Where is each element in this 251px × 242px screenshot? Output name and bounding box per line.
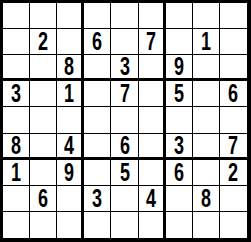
given-digit: 9 — [174, 55, 184, 79]
cell-r1c4[interactable] — [84, 3, 111, 29]
cell-r2c5[interactable] — [111, 29, 138, 55]
cell-r1c3[interactable] — [57, 3, 84, 29]
cell-r3c9[interactable] — [220, 55, 247, 81]
cell-r9c2[interactable] — [30, 212, 57, 238]
given-digit: 1 — [64, 81, 74, 106]
cell-r7c6[interactable] — [139, 160, 166, 186]
cell-r6c6[interactable] — [139, 134, 166, 160]
cell-r8c7[interactable] — [166, 186, 193, 212]
given-digit: 6 — [92, 29, 102, 54]
cell-r5c4[interactable] — [84, 107, 111, 133]
given-digit: 4 — [64, 134, 74, 158]
given-digit: 6 — [119, 134, 129, 158]
cell-r9c4[interactable] — [84, 212, 111, 238]
cell-r1c9[interactable] — [220, 3, 247, 29]
cell-r8c4[interactable]: 3 — [84, 186, 111, 212]
given-digit: 3 — [92, 186, 102, 211]
given-digit: 7 — [119, 81, 129, 106]
cell-r9c9[interactable] — [220, 212, 247, 238]
cell-r7c4[interactable] — [84, 160, 111, 186]
cell-r6c5[interactable]: 6 — [111, 134, 138, 160]
cell-r5c8[interactable] — [193, 107, 220, 133]
cell-r8c2[interactable]: 6 — [30, 186, 57, 212]
cell-r5c1[interactable] — [3, 107, 30, 133]
cell-r3c8[interactable] — [193, 55, 220, 81]
cell-r1c6[interactable] — [139, 3, 166, 29]
cell-r9c3[interactable] — [57, 212, 84, 238]
cell-r8c9[interactable] — [220, 186, 247, 212]
cell-r6c7[interactable]: 3 — [166, 134, 193, 160]
cell-r4c3[interactable]: 1 — [57, 81, 84, 107]
cell-r4c1[interactable]: 3 — [3, 81, 30, 107]
cell-r8c3[interactable] — [57, 186, 84, 212]
cell-r9c7[interactable] — [166, 212, 193, 238]
given-digit: 7 — [146, 29, 156, 54]
given-digit: 8 — [11, 134, 21, 158]
cell-r1c8[interactable] — [193, 3, 220, 29]
cell-r8c6[interactable]: 4 — [139, 186, 166, 212]
cell-r4c4[interactable] — [84, 81, 111, 107]
cell-r8c8[interactable]: 8 — [193, 186, 220, 212]
given-digit: 8 — [201, 186, 211, 211]
cell-r6c4[interactable] — [84, 134, 111, 160]
given-digit: 6 — [38, 186, 48, 211]
cell-r9c1[interactable] — [3, 212, 30, 238]
cell-r9c6[interactable] — [139, 212, 166, 238]
given-digit: 6 — [228, 81, 238, 106]
cell-r4c6[interactable] — [139, 81, 166, 107]
cell-r6c9[interactable]: 7 — [220, 134, 247, 160]
cell-r1c2[interactable] — [30, 3, 57, 29]
cell-r6c1[interactable]: 8 — [3, 134, 30, 160]
cell-r4c5[interactable]: 7 — [111, 81, 138, 107]
cell-r5c5[interactable] — [111, 107, 138, 133]
cell-r6c2[interactable] — [30, 134, 57, 160]
given-digit: 2 — [38, 29, 48, 54]
cell-r2c6[interactable]: 7 — [139, 29, 166, 55]
cell-r3c3[interactable]: 8 — [57, 55, 84, 81]
cell-r4c7[interactable]: 5 — [166, 81, 193, 107]
cell-r4c9[interactable]: 6 — [220, 81, 247, 107]
cell-r5c2[interactable] — [30, 107, 57, 133]
given-digit: 4 — [146, 186, 156, 211]
cell-r7c9[interactable]: 2 — [220, 160, 247, 186]
cell-r2c2[interactable]: 2 — [30, 29, 57, 55]
given-digit: 3 — [119, 55, 129, 79]
given-digit: 1 — [201, 29, 211, 54]
cell-r7c5[interactable]: 5 — [111, 160, 138, 186]
cell-r1c1[interactable] — [3, 3, 30, 29]
given-digit: 8 — [64, 55, 74, 79]
cell-r3c2[interactable] — [30, 55, 57, 81]
cell-r5c9[interactable] — [220, 107, 247, 133]
cell-r8c1[interactable] — [3, 186, 30, 212]
given-digit: 9 — [64, 160, 74, 185]
given-digit: 6 — [174, 160, 184, 185]
cell-r2c3[interactable] — [57, 29, 84, 55]
cell-r5c7[interactable] — [166, 107, 193, 133]
cell-r4c8[interactable] — [193, 81, 220, 107]
cell-r9c8[interactable] — [193, 212, 220, 238]
cell-r8c5[interactable] — [111, 186, 138, 212]
given-digit: 5 — [174, 81, 184, 106]
cell-r3c1[interactable] — [3, 55, 30, 81]
cell-r3c7[interactable]: 9 — [166, 55, 193, 81]
cell-r5c6[interactable] — [139, 107, 166, 133]
given-digit: 5 — [119, 160, 129, 185]
given-digit: 3 — [174, 134, 184, 158]
given-digit: 7 — [228, 134, 238, 158]
cell-r7c8[interactable] — [193, 160, 220, 186]
cell-r1c5[interactable] — [111, 3, 138, 29]
cell-r2c7[interactable] — [166, 29, 193, 55]
cell-r2c1[interactable] — [3, 29, 30, 55]
cell-r6c3[interactable]: 4 — [57, 134, 84, 160]
cell-r6c8[interactable] — [193, 134, 220, 160]
cell-r4c2[interactable] — [30, 81, 57, 107]
cell-r2c4[interactable]: 6 — [84, 29, 111, 55]
cell-r7c1[interactable]: 1 — [3, 160, 30, 186]
sudoku-board: 26718393175684637195626348 — [0, 0, 251, 242]
cell-r3c5[interactable]: 3 — [111, 55, 138, 81]
cell-r2c9[interactable] — [220, 29, 247, 55]
cell-r7c3[interactable]: 9 — [57, 160, 84, 186]
cell-r2c8[interactable]: 1 — [193, 29, 220, 55]
cell-r7c7[interactable]: 6 — [166, 160, 193, 186]
cell-r9c5[interactable] — [111, 212, 138, 238]
cell-r1c7[interactable] — [166, 3, 193, 29]
cell-r7c2[interactable] — [30, 160, 57, 186]
given-digit: 3 — [11, 81, 21, 106]
cell-r3c6[interactable] — [139, 55, 166, 81]
cell-r5c3[interactable] — [57, 107, 84, 133]
given-digit: 2 — [228, 160, 238, 185]
given-digit: 1 — [11, 160, 21, 185]
cell-r3c4[interactable] — [84, 55, 111, 81]
